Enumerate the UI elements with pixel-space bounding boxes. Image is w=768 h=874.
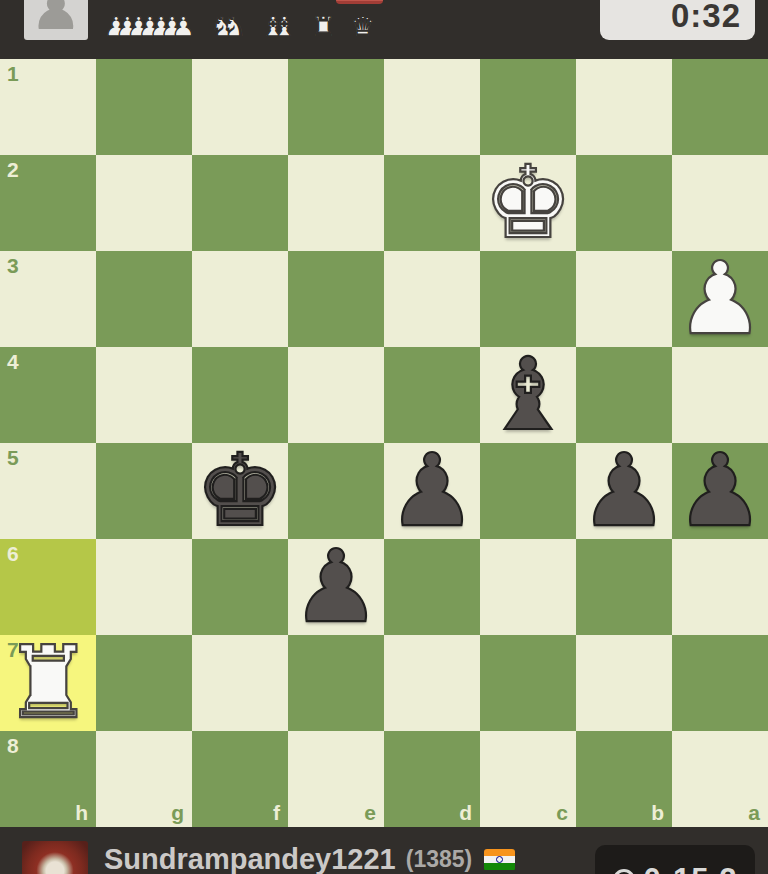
square-h3[interactable]: 3: [0, 251, 96, 347]
opponent-clock-time: 0:32: [671, 0, 741, 35]
rank-label-5: 5: [7, 446, 19, 470]
square-f7[interactable]: [192, 635, 288, 731]
file-label-b: b: [651, 801, 664, 825]
square-b3[interactable]: [576, 251, 672, 347]
piece-black-pawn-b5[interactable]: ♟: [576, 443, 672, 539]
player-clock-time: 0:15.2: [644, 862, 738, 874]
square-f3[interactable]: [192, 251, 288, 347]
piece-white-king-c2[interactable]: ♚: [480, 155, 576, 251]
square-c2[interactable]: ♚: [480, 155, 576, 251]
square-c8[interactable]: c: [480, 731, 576, 827]
captured-queen-group: ♛: [351, 13, 375, 40]
square-f8[interactable]: f: [192, 731, 288, 827]
square-a8[interactable]: a: [672, 731, 768, 827]
square-a1[interactable]: [672, 59, 768, 155]
square-f6[interactable]: [192, 539, 288, 635]
captured-rook-icon: ♜: [311, 13, 335, 40]
captured-bishop-group: ♝♝: [261, 13, 296, 40]
square-g4[interactable]: [96, 347, 192, 443]
square-c7[interactable]: [480, 635, 576, 731]
piece-black-pawn-a5[interactable]: ♟: [672, 443, 768, 539]
captured-knight-icon: ♞: [222, 13, 246, 40]
piece-black-king-f5[interactable]: ♚: [192, 443, 288, 539]
piece-black-bishop-c4[interactable]: ♝: [480, 347, 576, 443]
square-g2[interactable]: [96, 155, 192, 251]
rank-label-3: 3: [7, 254, 19, 278]
player-info[interactable]: Sundrampandey1221 (1385): [104, 843, 515, 874]
square-h4[interactable]: 4: [0, 347, 96, 443]
board[interactable]: 12♚3♟4♝5♚♟♟♟6♟7♜8hgfedcba: [0, 59, 768, 827]
square-h5[interactable]: 5: [0, 443, 96, 539]
square-d6[interactable]: [384, 539, 480, 635]
captured-queen-icon: ♛: [351, 13, 375, 40]
rank-label-2: 2: [7, 158, 19, 182]
piece-black-pawn-e6[interactable]: ♟: [288, 539, 384, 635]
square-b8[interactable]: b: [576, 731, 672, 827]
square-e5[interactable]: [288, 443, 384, 539]
opponent-bar: ♟ ♟♟♟♟♟♟♟♞♞♝♝♜♛ 0:32: [0, 0, 768, 59]
square-a6[interactable]: [672, 539, 768, 635]
piece-white-pawn-a3[interactable]: ♟: [672, 251, 768, 347]
file-label-d: d: [459, 801, 472, 825]
square-e7[interactable]: [288, 635, 384, 731]
square-e8[interactable]: e: [288, 731, 384, 827]
captured-rook-group: ♜: [311, 13, 335, 40]
square-f5[interactable]: ♚: [192, 443, 288, 539]
captured-pieces: ♟♟♟♟♟♟♟♞♞♝♝♜♛: [104, 13, 390, 40]
rank-label-8: 8: [7, 734, 19, 758]
square-h2[interactable]: 2: [0, 155, 96, 251]
file-label-h: h: [75, 801, 88, 825]
square-c1[interactable]: [480, 59, 576, 155]
square-b6[interactable]: [576, 539, 672, 635]
file-label-g: g: [171, 801, 184, 825]
square-c6[interactable]: [480, 539, 576, 635]
piece-white-rook-h7[interactable]: ♜: [0, 635, 96, 731]
square-a4[interactable]: [672, 347, 768, 443]
square-f2[interactable]: [192, 155, 288, 251]
square-e2[interactable]: [288, 155, 384, 251]
square-b7[interactable]: [576, 635, 672, 731]
square-g6[interactable]: [96, 539, 192, 635]
square-d8[interactable]: d: [384, 731, 480, 827]
square-e1[interactable]: [288, 59, 384, 155]
file-label-c: c: [556, 801, 568, 825]
square-b4[interactable]: [576, 347, 672, 443]
player-avatar[interactable]: [22, 841, 88, 874]
player-clock: 0:15.2: [595, 845, 755, 874]
rank-label-1: 1: [7, 62, 19, 86]
piece-black-pawn-d5[interactable]: ♟: [384, 443, 480, 539]
opponent-avatar[interactable]: ♟: [24, 0, 88, 40]
square-a5[interactable]: ♟: [672, 443, 768, 539]
square-b5[interactable]: ♟: [576, 443, 672, 539]
file-label-a: a: [748, 801, 760, 825]
square-a2[interactable]: [672, 155, 768, 251]
square-h7[interactable]: 7♜: [0, 635, 96, 731]
captured-bishop-icon: ♝: [272, 13, 296, 40]
opponent-clock: 0:32: [600, 0, 755, 40]
square-h6[interactable]: 6: [0, 539, 96, 635]
square-g5[interactable]: [96, 443, 192, 539]
square-a7[interactable]: [672, 635, 768, 731]
captured-pawn-icon: ♟: [171, 13, 195, 40]
square-d7[interactable]: [384, 635, 480, 731]
square-g8[interactable]: g: [96, 731, 192, 827]
square-d4[interactable]: [384, 347, 480, 443]
square-d1[interactable]: [384, 59, 480, 155]
square-c5[interactable]: [480, 443, 576, 539]
square-h8[interactable]: 8h: [0, 731, 96, 827]
file-label-e: e: [364, 801, 376, 825]
captured-pawn-group: ♟♟♟♟♟♟♟: [104, 13, 196, 40]
square-e6[interactable]: ♟: [288, 539, 384, 635]
square-c4[interactable]: ♝: [480, 347, 576, 443]
square-h1[interactable]: 1: [0, 59, 96, 155]
player-username: Sundrampandey1221: [104, 843, 396, 874]
square-f4[interactable]: [192, 347, 288, 443]
square-b1[interactable]: [576, 59, 672, 155]
notification-badge-icon[interactable]: [336, 0, 383, 4]
square-b2[interactable]: [576, 155, 672, 251]
square-c3[interactable]: [480, 251, 576, 347]
captured-knight-group: ♞♞: [211, 13, 246, 40]
square-g3[interactable]: [96, 251, 192, 347]
file-label-f: f: [273, 801, 280, 825]
rank-label-6: 6: [7, 542, 19, 566]
pawn-silhouette-icon: ♟: [30, 0, 82, 40]
square-e3[interactable]: [288, 251, 384, 347]
square-a3[interactable]: ♟: [672, 251, 768, 347]
square-g1[interactable]: [96, 59, 192, 155]
square-d3[interactable]: [384, 251, 480, 347]
player-bar: Sundrampandey1221 (1385) 0:15.2: [0, 827, 768, 874]
rank-label-4: 4: [7, 350, 19, 374]
square-e4[interactable]: [288, 347, 384, 443]
square-d2[interactable]: [384, 155, 480, 251]
india-flag-icon: [484, 849, 515, 871]
square-f1[interactable]: [192, 59, 288, 155]
square-g7[interactable]: [96, 635, 192, 731]
clock-icon: [613, 869, 635, 874]
player-rating: (1385): [406, 846, 472, 873]
square-d5[interactable]: ♟: [384, 443, 480, 539]
chess-app-screen: { "game": "chess", "position": { "fen": …: [0, 0, 768, 874]
